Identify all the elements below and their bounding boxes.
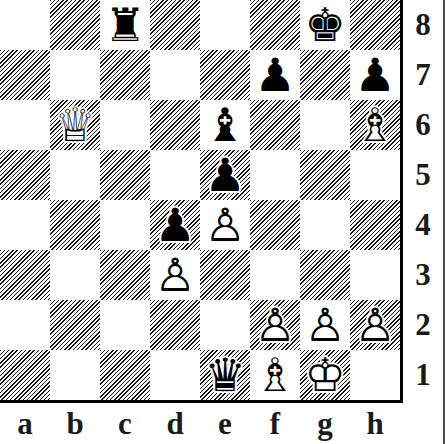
white-piece-fill: ♟: [300, 300, 350, 350]
piece-glyph: ♙: [200, 200, 250, 250]
square-a8[interactable]: [0, 0, 50, 50]
square-a3[interactable]: [0, 250, 50, 300]
square-g7[interactable]: [300, 50, 350, 100]
piece-glyph: ♔: [300, 350, 350, 400]
square-f2[interactable]: ♟♙: [250, 300, 300, 350]
square-b4[interactable]: [50, 200, 100, 250]
square-b3[interactable]: [50, 250, 100, 300]
rank-labels: 87654321: [403, 0, 445, 403]
square-d2[interactable]: [150, 300, 200, 350]
piece-glyph: ♙: [350, 300, 400, 350]
white-pawn-e4[interactable]: ♟♙: [200, 200, 250, 250]
white-piece-fill: ♚: [300, 350, 350, 400]
square-b1[interactable]: [50, 350, 100, 400]
chess-diagram: ♜♚♟♟♛♕♝♝♗♟♟♟♙♟♙♟♙♟♙♟♙♛♝♗♚♔ 87654321 abcd…: [0, 0, 445, 444]
file-label-e: e: [200, 403, 250, 444]
square-f3[interactable]: [250, 250, 300, 300]
square-b5[interactable]: [50, 150, 100, 200]
piece-glyph: ♟: [350, 50, 400, 100]
square-c4[interactable]: [100, 200, 150, 250]
square-g2[interactable]: ♟♙: [300, 300, 350, 350]
square-d3[interactable]: ♟♙: [150, 250, 200, 300]
piece-glyph: ♙: [300, 300, 350, 350]
piece-glyph: ♗: [250, 350, 300, 400]
piece-glyph: ♕: [50, 100, 100, 150]
square-h7[interactable]: ♟: [350, 50, 400, 100]
white-king-g1[interactable]: ♚♔: [300, 350, 350, 400]
black-king-g8[interactable]: ♚: [300, 0, 350, 50]
square-g1[interactable]: ♚♔: [300, 350, 350, 400]
piece-glyph: ♙: [150, 250, 200, 300]
square-a7[interactable]: [0, 50, 50, 100]
square-d7[interactable]: [150, 50, 200, 100]
white-piece-fill: ♟: [350, 300, 400, 350]
file-label-c: c: [100, 403, 150, 444]
file-label-d: d: [150, 403, 200, 444]
square-d8[interactable]: [150, 0, 200, 50]
white-pawn-h2[interactable]: ♟♙: [350, 300, 400, 350]
square-e8[interactable]: [200, 0, 250, 50]
square-c3[interactable]: [100, 250, 150, 300]
rank-label-4: 4: [403, 200, 443, 250]
square-a6[interactable]: [0, 100, 50, 150]
square-g4[interactable]: [300, 200, 350, 250]
square-f7[interactable]: ♟: [250, 50, 300, 100]
white-piece-fill: ♟: [200, 200, 250, 250]
black-pawn-f7[interactable]: ♟: [250, 50, 300, 100]
square-h4[interactable]: [350, 200, 400, 250]
white-piece-fill: ♟: [150, 250, 200, 300]
white-pawn-d3[interactable]: ♟♙: [150, 250, 200, 300]
chess-board: ♜♚♟♟♛♕♝♝♗♟♟♟♙♟♙♟♙♟♙♟♙♛♝♗♚♔: [0, 0, 403, 403]
square-f4[interactable]: [250, 200, 300, 250]
square-f1[interactable]: ♝♗: [250, 350, 300, 400]
square-g6[interactable]: [300, 100, 350, 150]
square-c8[interactable]: ♜: [100, 0, 150, 50]
square-e7[interactable]: [200, 50, 250, 100]
square-g3[interactable]: [300, 250, 350, 300]
white-piece-fill: ♟: [250, 300, 300, 350]
square-d5[interactable]: [150, 150, 200, 200]
square-b8[interactable]: [50, 0, 100, 50]
piece-glyph: ♙: [250, 300, 300, 350]
rank-label-5: 5: [403, 150, 443, 200]
square-a2[interactable]: [0, 300, 50, 350]
square-e1[interactable]: ♛: [200, 350, 250, 400]
square-a4[interactable]: [0, 200, 50, 250]
piece-glyph: ♟: [250, 50, 300, 100]
square-c6[interactable]: [100, 100, 150, 150]
square-b2[interactable]: [50, 300, 100, 350]
square-h8[interactable]: [350, 0, 400, 50]
rank-label-6: 6: [403, 100, 443, 150]
square-f6[interactable]: [250, 100, 300, 150]
square-f5[interactable]: [250, 150, 300, 200]
black-pawn-h7[interactable]: ♟: [350, 50, 400, 100]
black-bishop-e6[interactable]: ♝: [200, 100, 250, 150]
square-h5[interactable]: [350, 150, 400, 200]
piece-glyph: ♗: [350, 100, 400, 150]
black-rook-c8[interactable]: ♜: [100, 0, 150, 50]
rank-label-2: 2: [403, 300, 443, 350]
square-a5[interactable]: [0, 150, 50, 200]
white-pawn-f2[interactable]: ♟♙: [250, 300, 300, 350]
square-a1[interactable]: [0, 350, 50, 400]
black-pawn-d4[interactable]: ♟: [150, 200, 200, 250]
black-pawn-e5[interactable]: ♟: [200, 150, 250, 200]
rank-label-7: 7: [403, 50, 443, 100]
black-queen-e1[interactable]: ♛: [200, 350, 250, 400]
square-b6[interactable]: ♛♕: [50, 100, 100, 150]
square-c5[interactable]: [100, 150, 150, 200]
white-piece-fill: ♝: [350, 100, 400, 150]
square-c1[interactable]: [100, 350, 150, 400]
square-g5[interactable]: [300, 150, 350, 200]
piece-glyph: ♜: [100, 0, 150, 50]
square-b7[interactable]: [50, 50, 100, 100]
file-labels: abcdefgh: [0, 403, 403, 444]
piece-glyph: ♟: [200, 150, 250, 200]
file-label-h: h: [350, 403, 400, 444]
white-piece-fill: ♝: [250, 350, 300, 400]
square-c7[interactable]: [100, 50, 150, 100]
white-pawn-g2[interactable]: ♟♙: [300, 300, 350, 350]
file-label-b: b: [50, 403, 100, 444]
rank-label-3: 3: [403, 250, 443, 300]
square-h1[interactable]: [350, 350, 400, 400]
square-g8[interactable]: ♚: [300, 0, 350, 50]
square-h6[interactable]: ♝♗: [350, 100, 400, 150]
file-label-f: f: [250, 403, 300, 444]
piece-glyph: ♝: [200, 100, 250, 150]
square-e3[interactable]: [200, 250, 250, 300]
square-e4[interactable]: ♟♙: [200, 200, 250, 250]
square-d4[interactable]: ♟: [150, 200, 200, 250]
white-bishop-h6[interactable]: ♝♗: [350, 100, 400, 150]
file-label-a: a: [0, 403, 50, 444]
rank-label-8: 8: [403, 0, 443, 50]
file-label-g: g: [300, 403, 350, 444]
white-queen-b6[interactable]: ♛♕: [50, 100, 100, 150]
white-bishop-f1[interactable]: ♝♗: [250, 350, 300, 400]
square-c2[interactable]: [100, 300, 150, 350]
square-e5[interactable]: ♟: [200, 150, 250, 200]
piece-glyph: ♛: [200, 350, 250, 400]
piece-glyph: ♚: [300, 0, 350, 50]
square-h3[interactable]: [350, 250, 400, 300]
square-f8[interactable]: [250, 0, 300, 50]
square-e2[interactable]: [200, 300, 250, 350]
square-h2[interactable]: ♟♙: [350, 300, 400, 350]
rank-label-1: 1: [403, 350, 443, 400]
square-e6[interactable]: ♝: [200, 100, 250, 150]
white-piece-fill: ♛: [50, 100, 100, 150]
square-d6[interactable]: [150, 100, 200, 150]
piece-glyph: ♟: [150, 200, 200, 250]
square-d1[interactable]: [150, 350, 200, 400]
